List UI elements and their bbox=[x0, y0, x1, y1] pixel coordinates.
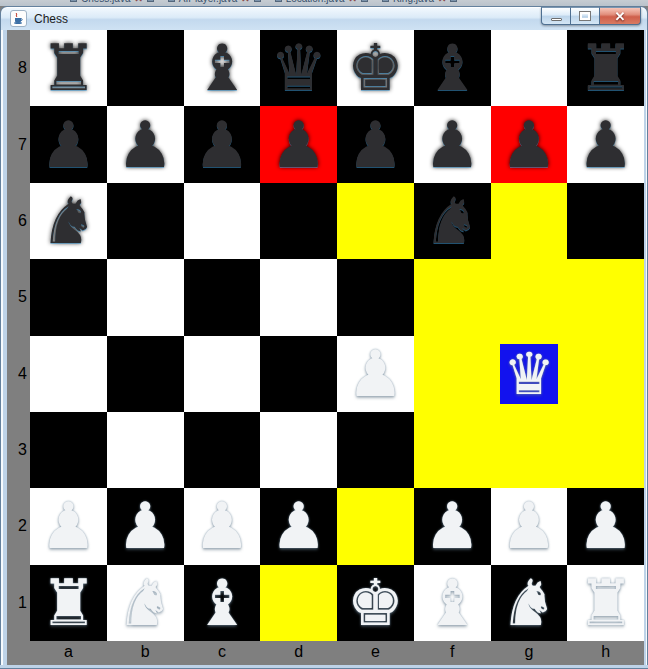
square-g8[interactable] bbox=[491, 30, 568, 106]
window-border-left bbox=[0, 30, 7, 669]
square-c6[interactable] bbox=[184, 183, 261, 259]
file-label-g: g bbox=[491, 641, 568, 665]
square-e5[interactable] bbox=[337, 259, 414, 335]
square-d5[interactable] bbox=[260, 259, 337, 335]
piece-white-knight: ♞ bbox=[500, 571, 557, 635]
square-h1[interactable]: ♜ bbox=[567, 565, 644, 641]
square-c8[interactable]: ♝ bbox=[184, 30, 261, 106]
square-b7[interactable]: ♟ bbox=[107, 106, 184, 182]
square-e3[interactable] bbox=[337, 412, 414, 488]
square-c1[interactable]: ♝ bbox=[184, 565, 261, 641]
square-g3[interactable] bbox=[491, 412, 568, 488]
piece-black-queen: ♛ bbox=[270, 36, 327, 100]
square-e8[interactable]: ♚ bbox=[337, 30, 414, 106]
square-g4[interactable]: ♛ bbox=[491, 336, 568, 412]
square-e7[interactable]: ♟ bbox=[337, 106, 414, 182]
background-tab: King.java ✕ bbox=[382, 0, 458, 4]
piece-white-queen: ♛ bbox=[503, 345, 555, 403]
square-c2[interactable]: ♟ bbox=[184, 488, 261, 564]
square-b1[interactable]: ♞ bbox=[107, 565, 184, 641]
chess-window: Chess.java ✕AIPlayer.java ✕Location.java… bbox=[0, 0, 648, 669]
maximize-icon bbox=[580, 12, 590, 20]
piece-white-bishop: ♝ bbox=[423, 571, 480, 635]
square-h6[interactable] bbox=[567, 183, 644, 259]
java-app-icon bbox=[10, 10, 27, 27]
square-h5[interactable] bbox=[567, 259, 644, 335]
maximize-button[interactable] bbox=[571, 7, 599, 25]
rank-label-6: 6 bbox=[7, 183, 30, 259]
square-b4[interactable] bbox=[107, 336, 184, 412]
piece-white-pawn: ♟ bbox=[116, 494, 173, 558]
square-f2[interactable]: ♟ bbox=[414, 488, 491, 564]
board-area: 8♜♝♛♚♝♜7♟♟♟♟♟♟♟♟6♞♞54♟♛32♟♟♟♟♟♟♟1♜♞♝♚♝♞♜… bbox=[7, 30, 644, 665]
piece-white-pawn: ♟ bbox=[347, 342, 404, 406]
square-a3[interactable] bbox=[30, 412, 107, 488]
square-d1[interactable] bbox=[260, 565, 337, 641]
rank-label-1: 1 bbox=[7, 565, 30, 641]
square-c5[interactable] bbox=[184, 259, 261, 335]
caption-buttons: ✕ bbox=[541, 7, 641, 25]
square-f5[interactable] bbox=[414, 259, 491, 335]
square-b3[interactable] bbox=[107, 412, 184, 488]
background-tab: AIPlayer.java ✕ bbox=[168, 0, 261, 4]
rank-label-4: 4 bbox=[7, 336, 30, 412]
file-label-h: h bbox=[567, 641, 644, 665]
piece-white-pawn: ♟ bbox=[423, 494, 480, 558]
piece-black-pawn: ♟ bbox=[423, 113, 480, 177]
piece-black-pawn: ♟ bbox=[270, 113, 327, 177]
square-e4[interactable]: ♟ bbox=[337, 336, 414, 412]
square-g7[interactable]: ♟ bbox=[491, 106, 568, 182]
piece-black-knight: ♞ bbox=[423, 189, 480, 253]
titlebar[interactable]: Chess ✕ bbox=[0, 6, 648, 30]
square-b8[interactable] bbox=[107, 30, 184, 106]
square-f8[interactable]: ♝ bbox=[414, 30, 491, 106]
board-frame-corner bbox=[7, 641, 30, 665]
square-a5[interactable] bbox=[30, 259, 107, 335]
rank-label-5: 5 bbox=[7, 259, 30, 335]
chess-board: 8♜♝♛♚♝♜7♟♟♟♟♟♟♟♟6♞♞54♟♛32♟♟♟♟♟♟♟1♜♞♝♚♝♞♜… bbox=[7, 30, 644, 665]
square-g5[interactable] bbox=[491, 259, 568, 335]
piece-black-pawn: ♟ bbox=[193, 113, 250, 177]
square-g6[interactable] bbox=[491, 183, 568, 259]
piece-white-pawn: ♟ bbox=[577, 494, 634, 558]
close-button[interactable]: ✕ bbox=[599, 7, 641, 25]
square-f6[interactable]: ♞ bbox=[414, 183, 491, 259]
square-b5[interactable] bbox=[107, 259, 184, 335]
square-h7[interactable]: ♟ bbox=[567, 106, 644, 182]
background-tab: Location.java ✕ bbox=[275, 0, 368, 4]
file-label-a: a bbox=[30, 641, 107, 665]
square-e2[interactable] bbox=[337, 488, 414, 564]
rank-label-3: 3 bbox=[7, 412, 30, 488]
file-label-c: c bbox=[184, 641, 261, 665]
piece-white-pawn: ♟ bbox=[270, 494, 327, 558]
piece-white-bishop: ♝ bbox=[193, 571, 250, 635]
square-f3[interactable] bbox=[414, 412, 491, 488]
square-d6[interactable] bbox=[260, 183, 337, 259]
piece-black-pawn: ♟ bbox=[500, 113, 557, 177]
piece-white-rook: ♜ bbox=[577, 571, 634, 635]
piece-black-rook: ♜ bbox=[577, 36, 634, 100]
square-d4[interactable] bbox=[260, 336, 337, 412]
piece-black-pawn: ♟ bbox=[347, 113, 404, 177]
piece-white-pawn: ♟ bbox=[500, 494, 557, 558]
piece-white-knight: ♞ bbox=[116, 571, 173, 635]
rank-label-7: 7 bbox=[7, 106, 30, 182]
square-a8[interactable]: ♜ bbox=[30, 30, 107, 106]
square-d8[interactable]: ♛ bbox=[260, 30, 337, 106]
file-label-b: b bbox=[107, 641, 184, 665]
piece-black-king: ♚ bbox=[347, 36, 404, 100]
piece-black-pawn: ♟ bbox=[116, 113, 173, 177]
piece-black-bishop: ♝ bbox=[193, 36, 250, 100]
square-a7[interactable]: ♟ bbox=[30, 106, 107, 182]
square-d7[interactable]: ♟ bbox=[260, 106, 337, 182]
java-coffee-cup-icon bbox=[12, 12, 25, 25]
square-g2[interactable]: ♟ bbox=[491, 488, 568, 564]
file-label-d: d bbox=[260, 641, 337, 665]
square-h8[interactable]: ♜ bbox=[567, 30, 644, 106]
square-e1[interactable]: ♚ bbox=[337, 565, 414, 641]
square-c3[interactable] bbox=[184, 412, 261, 488]
piece-black-bishop: ♝ bbox=[423, 36, 480, 100]
square-f1[interactable]: ♝ bbox=[414, 565, 491, 641]
selected-square-highlight: ♛ bbox=[500, 344, 559, 404]
square-f4[interactable] bbox=[414, 336, 491, 412]
piece-black-knight: ♞ bbox=[40, 189, 97, 253]
window-title: Chess bbox=[34, 12, 68, 26]
window-border-right bbox=[644, 30, 648, 669]
piece-black-pawn: ♟ bbox=[40, 113, 97, 177]
file-label-e: e bbox=[337, 641, 414, 665]
square-a2[interactable]: ♟ bbox=[30, 488, 107, 564]
square-f7[interactable]: ♟ bbox=[414, 106, 491, 182]
square-g1[interactable]: ♞ bbox=[491, 565, 568, 641]
square-e6[interactable] bbox=[337, 183, 414, 259]
square-h4[interactable] bbox=[567, 336, 644, 412]
minimize-icon bbox=[551, 18, 562, 21]
rank-label-8: 8 bbox=[7, 30, 30, 106]
piece-black-rook: ♜ bbox=[40, 36, 97, 100]
file-label-f: f bbox=[414, 641, 491, 665]
background-tab: Chess.java ✕ bbox=[70, 0, 154, 4]
square-b2[interactable]: ♟ bbox=[107, 488, 184, 564]
square-c4[interactable] bbox=[184, 336, 261, 412]
square-h3[interactable] bbox=[567, 412, 644, 488]
square-a6[interactable]: ♞ bbox=[30, 183, 107, 259]
piece-white-pawn: ♟ bbox=[193, 494, 250, 558]
square-h2[interactable]: ♟ bbox=[567, 488, 644, 564]
window-border-bottom bbox=[0, 665, 648, 669]
square-a4[interactable] bbox=[30, 336, 107, 412]
piece-white-pawn: ♟ bbox=[40, 494, 97, 558]
piece-white-rook: ♜ bbox=[40, 571, 97, 635]
square-d2[interactable]: ♟ bbox=[260, 488, 337, 564]
square-b6[interactable] bbox=[107, 183, 184, 259]
piece-black-pawn: ♟ bbox=[577, 113, 634, 177]
rank-label-2: 2 bbox=[7, 488, 30, 564]
piece-white-king: ♚ bbox=[347, 571, 404, 635]
minimize-button[interactable] bbox=[541, 7, 571, 25]
square-d3[interactable] bbox=[260, 412, 337, 488]
close-icon: ✕ bbox=[615, 10, 626, 23]
square-c7[interactable]: ♟ bbox=[184, 106, 261, 182]
square-a1[interactable]: ♜ bbox=[30, 565, 107, 641]
